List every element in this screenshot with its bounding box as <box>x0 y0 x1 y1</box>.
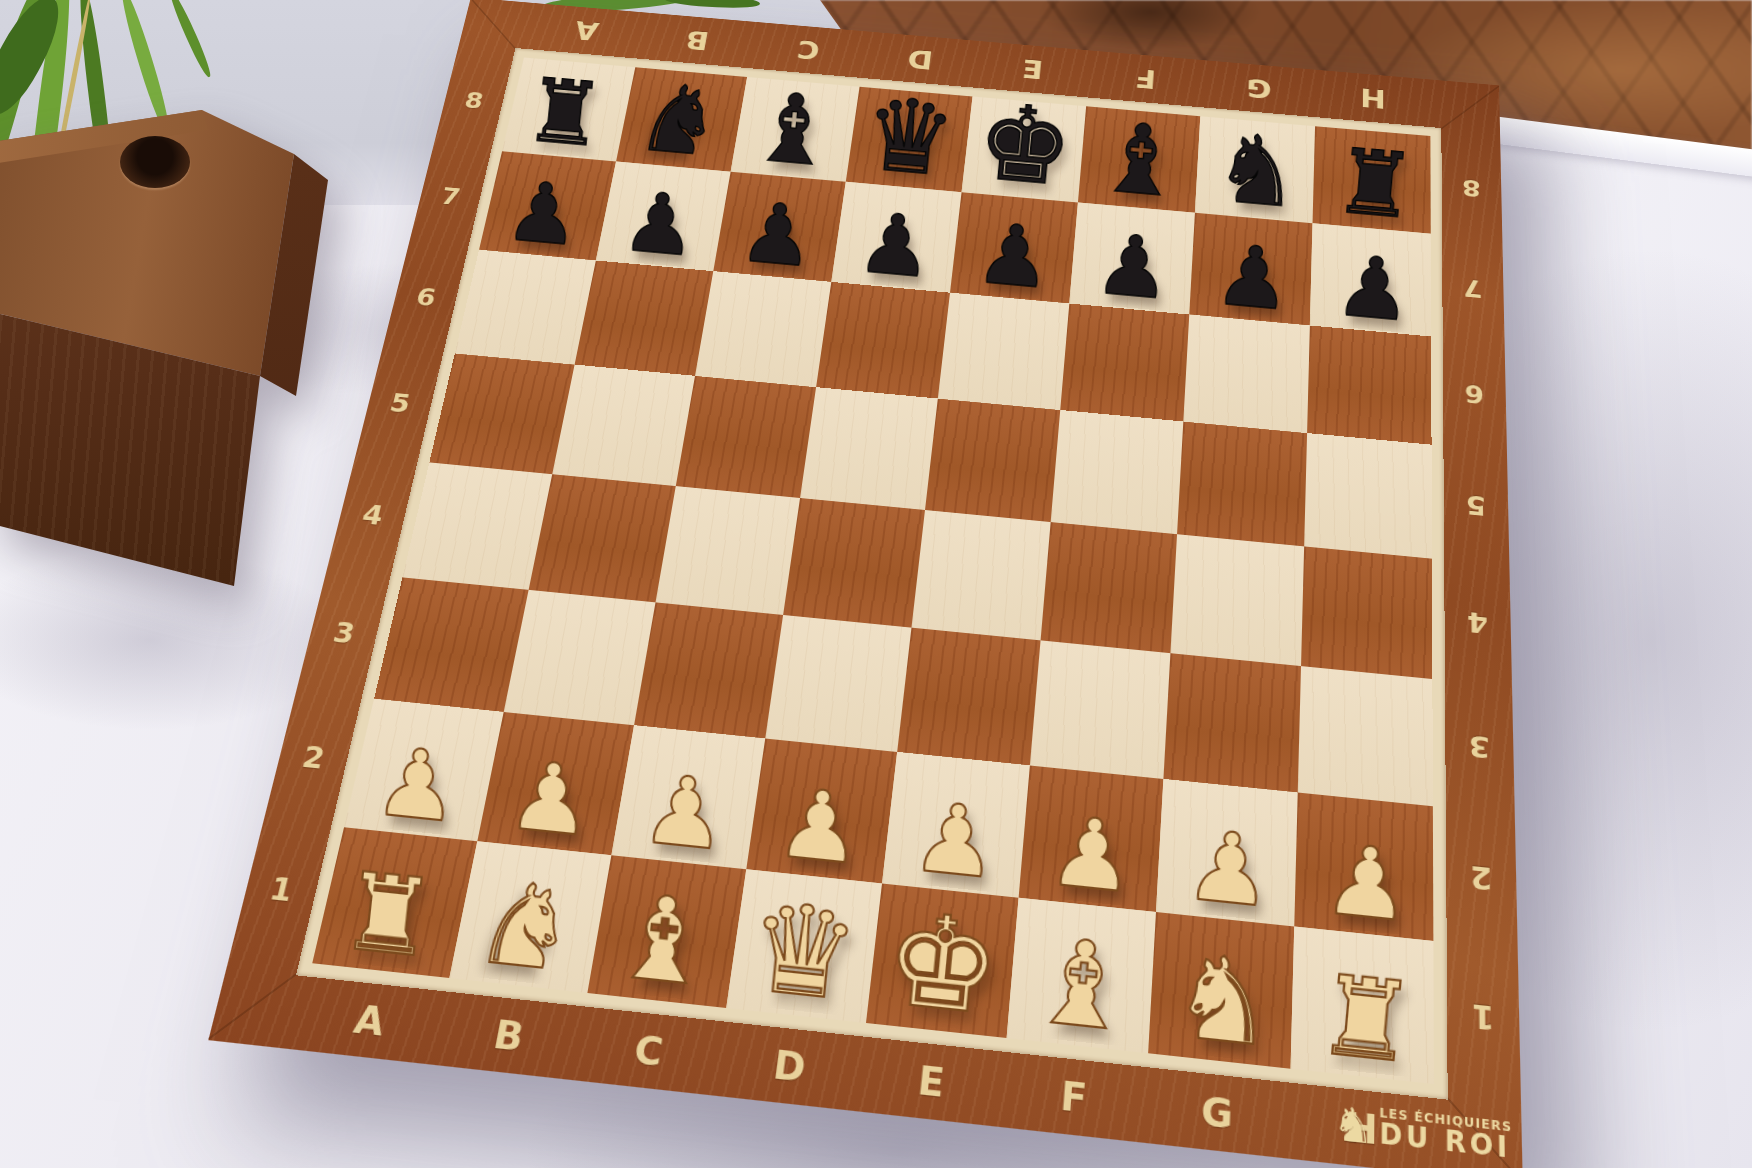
horseman-logo-icon: ♞ <box>1332 1099 1374 1151</box>
piece-black-king-e8: ♚ <box>973 89 1077 201</box>
square-c7: ♟ <box>713 172 846 282</box>
square-a7: ♟ <box>479 151 616 260</box>
square-g8: ♞ <box>1195 116 1315 223</box>
square-c1: ♝ <box>587 855 746 1008</box>
piece-white-knight-g1: ♞ <box>1167 938 1281 1064</box>
square-f3 <box>1030 640 1171 779</box>
square-a1: ♜ <box>312 827 477 978</box>
square-d7: ♟ <box>831 182 961 293</box>
square-b8: ♞ <box>616 67 747 171</box>
file-label-e: E <box>856 1037 1006 1127</box>
square-c2: ♟ <box>611 725 765 869</box>
square-e2: ♟ <box>882 752 1030 898</box>
square-f2: ♟ <box>1019 765 1164 912</box>
piece-black-pawn-e7: ♟ <box>972 212 1054 301</box>
square-e1: ♚ <box>866 883 1019 1038</box>
file-label-d: D <box>714 1022 865 1112</box>
square-h2: ♟ <box>1294 793 1433 942</box>
rank-label-5: 5 <box>1443 446 1509 566</box>
square-f8: ♝ <box>1078 106 1200 213</box>
wooden-box <box>0 84 342 604</box>
square-b2: ♟ <box>477 712 634 855</box>
square-h6 <box>1307 325 1431 444</box>
piece-white-bishop-f1: ♝ <box>1025 921 1140 1049</box>
square-c5 <box>676 376 816 498</box>
square-f5 <box>1051 410 1184 534</box>
square-f1: ♝ <box>1007 898 1156 1054</box>
square-c3 <box>634 602 783 738</box>
piece-white-rook-a1: ♜ <box>336 857 441 973</box>
square-d5 <box>800 387 938 510</box>
square-h5 <box>1304 433 1432 559</box>
piece-black-pawn-h7: ♟ <box>1332 244 1415 334</box>
piece-black-pawn-b7: ♟ <box>619 180 701 269</box>
piece-white-pawn-c2: ♟ <box>638 761 732 865</box>
maker-logo: ♞ LES ÉCHIQUIERS DU ROI <box>1332 1090 1513 1168</box>
file-label-f: F <box>999 1052 1147 1143</box>
square-g1: ♞ <box>1148 912 1294 1069</box>
piece-black-pawn-a7: ♟ <box>502 170 583 258</box>
piece-black-rook-a8: ♜ <box>521 66 608 160</box>
square-e6 <box>938 293 1069 410</box>
border-miter <box>208 961 314 1040</box>
rank-label-2: 2 <box>1446 808 1518 950</box>
square-a5 <box>429 353 574 474</box>
piece-white-pawn-b2: ♟ <box>504 747 597 850</box>
piece-white-pawn-f2: ♟ <box>1044 803 1139 908</box>
square-c4 <box>656 486 801 615</box>
file-label-a: A <box>292 977 447 1065</box>
logo-line2: DU ROI <box>1379 1120 1513 1165</box>
square-b6 <box>575 260 714 375</box>
square-b1: ♞ <box>449 841 611 993</box>
border-miter <box>470 0 525 59</box>
square-f6 <box>1060 304 1189 422</box>
piece-white-rook-h1: ♜ <box>1313 960 1420 1079</box>
square-e4 <box>911 510 1050 640</box>
file-label-b: B <box>432 992 585 1081</box>
piece-black-knight-g8: ♞ <box>1211 121 1305 222</box>
piece-white-pawn-e2: ♟ <box>908 789 1002 893</box>
piece-white-pawn-g2: ♟ <box>1181 817 1276 922</box>
square-h3 <box>1298 666 1433 806</box>
square-h7: ♟ <box>1310 223 1431 336</box>
rank-label-1: 1 <box>1447 943 1521 1094</box>
square-f7: ♟ <box>1069 202 1195 314</box>
square-d8: ♛ <box>846 87 973 192</box>
piece-black-queen-d8: ♛ <box>859 83 959 191</box>
square-d1: ♛ <box>726 869 882 1023</box>
box-finger-hole <box>120 136 190 188</box>
square-h1: ♜ <box>1291 927 1434 1085</box>
piece-black-pawn-f7: ♟ <box>1092 222 1175 312</box>
square-e3 <box>897 628 1040 766</box>
square-a8: ♜ <box>502 58 635 162</box>
square-a2: ♟ <box>344 699 504 841</box>
piece-white-bishop-c1: ♝ <box>607 877 721 1004</box>
piece-white-pawn-h2: ♟ <box>1320 831 1415 937</box>
rank-label-4: 4 <box>1444 560 1512 687</box>
piece-black-bishop-c8: ♝ <box>746 79 840 181</box>
square-c6 <box>695 271 831 387</box>
piece-white-pawn-d2: ♟ <box>772 775 866 879</box>
square-b7: ♟ <box>596 161 731 271</box>
piece-white-pawn-a2: ♟ <box>370 734 463 837</box>
square-g6 <box>1183 314 1310 433</box>
square-b3 <box>504 590 656 725</box>
square-h4 <box>1301 546 1432 679</box>
piece-black-pawn-g7: ♟ <box>1211 233 1294 323</box>
piece-white-knight-b1: ♞ <box>470 865 582 989</box>
piece-black-pawn-d7: ♟ <box>854 201 936 290</box>
square-e8: ♚ <box>962 96 1087 202</box>
rank-label-8: 8 <box>1441 137 1502 240</box>
piece-black-pawn-c7: ♟ <box>736 191 818 280</box>
file-label-g: G <box>1143 1067 1290 1158</box>
square-b4 <box>529 474 676 602</box>
square-d4 <box>783 498 925 628</box>
rank-label-3: 3 <box>1445 680 1515 814</box>
rank-labels-right: 87654321 <box>1441 137 1520 1093</box>
square-f4 <box>1041 522 1177 653</box>
piece-black-knight-b8: ♞ <box>633 70 725 170</box>
square-g5 <box>1177 421 1307 546</box>
maple-rim: ♜♞♝♛♚♝♞♜♟♟♟♟♟♟♟♟♟♟♟♟♟♟♟♟♜♞♝♛♚♝♞♜ <box>296 48 1448 1100</box>
square-a4 <box>402 462 552 589</box>
piece-black-rook-h8: ♜ <box>1331 136 1419 232</box>
piece-black-bishop-f8: ♝ <box>1093 109 1188 212</box>
scene: ABCDEFGH ABCDEFGH 87654321 87654321 ♞ LE… <box>0 0 1752 1168</box>
file-label-c: C <box>572 1006 724 1095</box>
square-g2: ♟ <box>1156 779 1298 927</box>
square-e7: ♟ <box>950 192 1078 303</box>
square-d2: ♟ <box>746 739 897 884</box>
square-g4 <box>1170 534 1304 666</box>
square-g3 <box>1163 653 1301 792</box>
square-h8: ♜ <box>1313 126 1431 234</box>
rank-label-6: 6 <box>1443 338 1507 452</box>
square-d3 <box>765 615 911 752</box>
board-squares: ♜♞♝♛♚♝♞♜♟♟♟♟♟♟♟♟♟♟♟♟♟♟♟♟♜♞♝♛♚♝♞♜ <box>312 58 1434 1084</box>
square-a3 <box>374 577 529 712</box>
piece-white-queen-d1: ♛ <box>742 884 863 1018</box>
piece-white-king-e1: ♚ <box>880 894 1006 1034</box>
square-d6 <box>816 282 950 399</box>
square-c8: ♝ <box>731 77 860 182</box>
square-a6 <box>455 250 596 365</box>
square-g7: ♟ <box>1189 213 1312 326</box>
square-e5 <box>925 399 1060 523</box>
rank-label-7: 7 <box>1442 235 1505 343</box>
square-b5 <box>552 365 695 487</box>
